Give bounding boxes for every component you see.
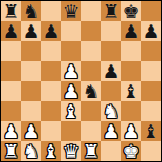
square-h6[interactable] <box>141 41 161 61</box>
square-g6[interactable] <box>121 41 141 61</box>
white-pawn-f2[interactable]: ♟ <box>102 121 119 141</box>
white-queen-d1[interactable]: ♛ <box>62 141 79 161</box>
square-h3[interactable] <box>141 101 161 121</box>
black-pawn-g7[interactable]: ♟ <box>122 21 139 41</box>
square-h5[interactable] <box>141 61 161 81</box>
square-c8[interactable] <box>41 1 61 21</box>
square-g3[interactable] <box>121 101 141 121</box>
black-rook-a8[interactable]: ♜ <box>2 1 19 21</box>
white-rook-e1[interactable]: ♜ <box>82 141 99 161</box>
white-pawn-b2[interactable]: ♟ <box>22 121 39 141</box>
white-king-g1[interactable]: ♚ <box>122 141 139 161</box>
black-king-g8[interactable]: ♚ <box>122 1 139 21</box>
chess-board: ♜♞♛♜♚♟♟♟♟♟♟♟♟♞♝♝♞♟♟♟♟♝♜♞♝♛♜♚ <box>1 1 161 161</box>
black-knight-b8[interactable]: ♞ <box>22 1 39 21</box>
square-a4[interactable] <box>1 81 21 101</box>
white-bishop-d3[interactable]: ♝ <box>62 101 79 121</box>
square-d1[interactable]: ♛ <box>61 141 81 161</box>
chess-board-frame: ♜♞♛♜♚♟♟♟♟♟♟♟♟♞♝♝♞♟♟♟♟♝♜♞♝♛♜♚ <box>0 0 162 162</box>
black-pawn-a7[interactable]: ♟ <box>2 21 19 41</box>
square-d2[interactable] <box>61 121 81 141</box>
square-a2[interactable]: ♟ <box>1 121 21 141</box>
square-b8[interactable]: ♞ <box>21 1 41 21</box>
black-knight-e4[interactable]: ♞ <box>82 81 99 101</box>
square-d5[interactable]: ♟ <box>61 61 81 81</box>
square-g2[interactable]: ♟ <box>121 121 141 141</box>
square-d4[interactable]: ♟ <box>61 81 81 101</box>
square-a5[interactable] <box>1 61 21 81</box>
square-f1[interactable] <box>101 141 121 161</box>
square-h4[interactable] <box>141 81 161 101</box>
square-f7[interactable] <box>101 21 121 41</box>
square-g4[interactable]: ♝ <box>121 81 141 101</box>
square-c6[interactable] <box>41 41 61 61</box>
square-g7[interactable]: ♟ <box>121 21 141 41</box>
square-b6[interactable] <box>21 41 41 61</box>
white-pawn-g2[interactable]: ♟ <box>122 121 139 141</box>
square-d8[interactable]: ♛ <box>61 1 81 21</box>
square-a1[interactable]: ♜ <box>1 141 21 161</box>
square-c4[interactable] <box>41 81 61 101</box>
white-pawn-a2[interactable]: ♟ <box>2 121 19 141</box>
square-f3[interactable]: ♞ <box>101 101 121 121</box>
square-e4[interactable]: ♞ <box>81 81 101 101</box>
square-g5[interactable] <box>121 61 141 81</box>
square-a3[interactable] <box>1 101 21 121</box>
square-a7[interactable]: ♟ <box>1 21 21 41</box>
square-e2[interactable] <box>81 121 101 141</box>
white-pawn-d5[interactable]: ♟ <box>62 61 79 81</box>
black-pawn-h7[interactable]: ♟ <box>142 21 159 41</box>
black-bishop-g4[interactable]: ♝ <box>122 81 139 101</box>
square-c5[interactable] <box>41 61 61 81</box>
square-e6[interactable] <box>81 41 101 61</box>
square-f4[interactable] <box>101 81 121 101</box>
square-f5[interactable]: ♟ <box>101 61 121 81</box>
square-f2[interactable]: ♟ <box>101 121 121 141</box>
square-b1[interactable]: ♞ <box>21 141 41 161</box>
square-c1[interactable]: ♝ <box>41 141 61 161</box>
square-b2[interactable]: ♟ <box>21 121 41 141</box>
square-f8[interactable]: ♜ <box>101 1 121 21</box>
black-pawn-b7[interactable]: ♟ <box>22 21 39 41</box>
square-f6[interactable] <box>101 41 121 61</box>
square-b5[interactable] <box>21 61 41 81</box>
square-b4[interactable] <box>21 81 41 101</box>
square-h1[interactable] <box>141 141 161 161</box>
square-c7[interactable]: ♟ <box>41 21 61 41</box>
square-d7[interactable] <box>61 21 81 41</box>
square-c2[interactable] <box>41 121 61 141</box>
square-e3[interactable] <box>81 101 101 121</box>
square-a8[interactable]: ♜ <box>1 1 21 21</box>
white-bishop-c1[interactable]: ♝ <box>42 141 59 161</box>
square-a6[interactable] <box>1 41 21 61</box>
square-e7[interactable] <box>81 21 101 41</box>
square-g1[interactable]: ♚ <box>121 141 141 161</box>
square-d3[interactable]: ♝ <box>61 101 81 121</box>
black-pawn-c7[interactable]: ♟ <box>42 21 59 41</box>
black-queen-d8[interactable]: ♛ <box>62 1 79 21</box>
black-rook-f8[interactable]: ♜ <box>102 1 119 21</box>
square-b3[interactable] <box>21 101 41 121</box>
black-bishop-h2[interactable]: ♝ <box>142 121 159 141</box>
white-knight-b1[interactable]: ♞ <box>22 141 39 161</box>
square-g8[interactable]: ♚ <box>121 1 141 21</box>
white-knight-f3[interactable]: ♞ <box>102 101 119 121</box>
square-b7[interactable]: ♟ <box>21 21 41 41</box>
square-e5[interactable] <box>81 61 101 81</box>
square-h2[interactable]: ♝ <box>141 121 161 141</box>
square-h7[interactable]: ♟ <box>141 21 161 41</box>
square-h8[interactable] <box>141 1 161 21</box>
square-d6[interactable] <box>61 41 81 61</box>
white-rook-a1[interactable]: ♜ <box>2 141 19 161</box>
square-e8[interactable] <box>81 1 101 21</box>
white-pawn-d4[interactable]: ♟ <box>62 81 79 101</box>
square-c3[interactable] <box>41 101 61 121</box>
square-e1[interactable]: ♜ <box>81 141 101 161</box>
black-pawn-f5[interactable]: ♟ <box>102 61 119 81</box>
